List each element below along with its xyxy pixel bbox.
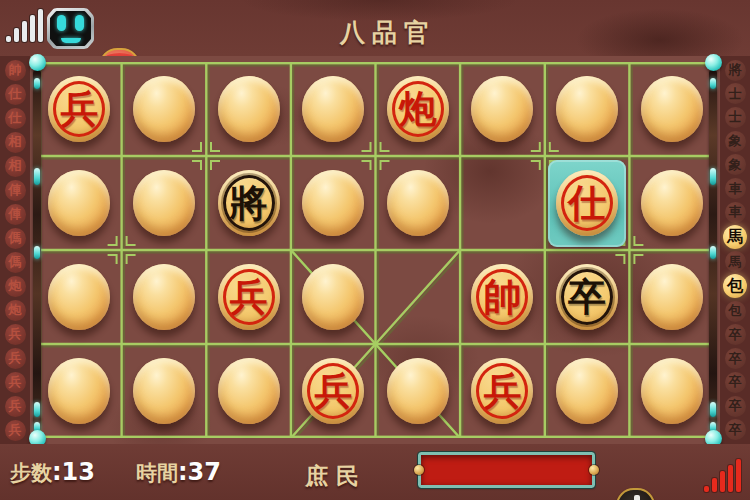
face-down-piece[interactable] (556, 76, 618, 142)
board-cell[interactable] (37, 250, 122, 344)
move-count-value: 13 (62, 458, 95, 486)
tray-item: 相 (0, 131, 30, 153)
tray-piece-red: 兵 (5, 324, 26, 345)
tray-piece-red: 帥 (5, 60, 26, 81)
tray-black-list: 將士士象象車車馬馬包包卒卒卒卒卒 (720, 56, 750, 444)
tray-piece-black: 將 (725, 60, 746, 81)
face-down-piece[interactable] (387, 358, 449, 424)
board-cell[interactable]: 炮 (376, 62, 461, 156)
board-cell[interactable] (376, 250, 461, 344)
tray-piece-red: 兵 (5, 348, 26, 369)
tray-item: 卒 (720, 324, 750, 346)
tray-item: 兵 (0, 323, 30, 345)
board-cell[interactable] (291, 156, 376, 250)
tray-piece-black: 馬 (723, 225, 747, 249)
tray-item: 俥 (0, 179, 30, 201)
tray-item: 車 (720, 201, 750, 223)
tray-item: 兵 (0, 347, 30, 369)
tray-item: 包 (720, 300, 750, 322)
move-count: 步数:13 (10, 458, 95, 487)
captured-tray-black: 將士士象象車車馬馬包包卒卒卒卒卒 (720, 56, 750, 444)
face-down-piece[interactable] (133, 264, 195, 330)
tray-item: 卒 (720, 371, 750, 393)
piece-red[interactable]: 兵 (471, 358, 533, 424)
tray-piece-black: 卒 (725, 419, 746, 440)
tray-item: 包 (720, 274, 750, 298)
face-down-piece[interactable] (218, 358, 280, 424)
tray-piece-black: 士 (725, 83, 746, 104)
piece-character: 將 (230, 184, 268, 222)
face-down-piece[interactable] (641, 170, 703, 236)
board-cell[interactable] (629, 344, 714, 438)
timer-value: 37 (188, 458, 221, 486)
piece-red[interactable]: 兵 (302, 358, 364, 424)
tray-item: 象 (720, 154, 750, 176)
top-bar: 八品官 法寶 投降 (0, 0, 750, 56)
tray-piece-black: 卒 (725, 324, 746, 345)
board-cell[interactable] (291, 250, 376, 344)
board-cell[interactable]: 兵 (291, 344, 376, 438)
face-down-piece[interactable] (641, 264, 703, 330)
tray-item: 炮 (0, 299, 30, 321)
signal-strength-icon (6, 9, 43, 42)
tray-item: 將 (720, 59, 750, 81)
tray-piece-red: 俥 (5, 180, 26, 201)
timer: 時間:37 (136, 458, 221, 487)
tray-item: 卒 (720, 419, 750, 441)
tray-item: 炮 (0, 275, 30, 297)
piece-character: 兵 (314, 372, 352, 410)
tray-item: 兵 (0, 419, 30, 441)
player-rank: 八品官 (340, 16, 436, 49)
corner-ball-icon (705, 54, 722, 71)
tray-piece-black: 象 (725, 131, 746, 152)
tray-piece-red: 炮 (5, 276, 26, 297)
tray-item: 仕 (0, 83, 30, 105)
board-cell[interactable] (629, 62, 714, 156)
board-cell[interactable] (206, 62, 291, 156)
tray-piece-black: 士 (725, 107, 746, 128)
tray-item: 傌 (0, 251, 30, 273)
face-down-piece[interactable] (133, 76, 195, 142)
tray-piece-red: 仕 (5, 84, 26, 105)
tray-item: 俥 (0, 203, 30, 225)
tray-item: 卒 (720, 348, 750, 370)
opponent-time-bar (418, 452, 595, 488)
robot-mouth-icon (61, 38, 81, 43)
board-cell[interactable] (545, 62, 630, 156)
tray-item: 車 (720, 178, 750, 200)
board-cell[interactable] (122, 62, 207, 156)
face-down-piece[interactable] (218, 76, 280, 142)
board-cell[interactable] (545, 344, 630, 438)
board-cell[interactable] (460, 62, 545, 156)
right-board-pole (709, 70, 717, 431)
tray-piece-black: 車 (725, 178, 746, 199)
tray-piece-red: 傌 (5, 228, 26, 249)
tray-item: 兵 (0, 395, 30, 417)
tray-piece-red: 傌 (5, 252, 26, 273)
board-cell[interactable]: 卒 (545, 250, 630, 344)
opponent-signal-icon (704, 459, 741, 492)
tray-piece-black: 卒 (725, 396, 746, 417)
tray-item: 士 (720, 106, 750, 128)
face-down-piece[interactable] (556, 358, 618, 424)
captured-tray-red: 帥仕仕相相俥俥傌傌炮炮兵兵兵兵兵 (0, 56, 30, 444)
tray-piece-black: 象 (725, 154, 746, 175)
piece-character: 兵 (483, 372, 521, 410)
face-down-piece[interactable] (302, 170, 364, 236)
tray-item: 傌 (0, 227, 30, 249)
face-down-piece[interactable] (133, 170, 195, 236)
robot-eye-icon (57, 15, 66, 31)
face-down-piece[interactable] (48, 358, 110, 424)
tray-item: 兵 (0, 371, 30, 393)
tray-piece-red: 仕 (5, 108, 26, 129)
board-cell[interactable] (460, 156, 545, 250)
piece-red[interactable]: 兵 (48, 76, 110, 142)
board-cell[interactable] (37, 344, 122, 438)
board-cell[interactable]: 兵 (37, 62, 122, 156)
face-down-piece[interactable] (387, 170, 449, 236)
left-board-pole (33, 70, 41, 431)
tray-item: 相 (0, 155, 30, 177)
tray-item: 帥 (0, 59, 30, 81)
board-cell[interactable] (376, 344, 461, 438)
piece-black[interactable]: 卒 (556, 264, 618, 330)
corner-ball-icon (29, 54, 46, 71)
move-count-label: 步数 (10, 459, 52, 487)
board-cell[interactable] (122, 250, 207, 344)
piece-red[interactable]: 兵 (218, 264, 280, 330)
tray-piece-red: 兵 (5, 396, 26, 417)
board-cell[interactable] (37, 156, 122, 250)
face-down-piece[interactable] (641, 358, 703, 424)
tray-piece-red: 俥 (5, 204, 26, 225)
face-down-piece[interactable] (48, 264, 110, 330)
piece-character: 兵 (230, 278, 268, 316)
board-cell[interactable] (629, 156, 714, 250)
board-cell[interactable] (629, 250, 714, 344)
board-cell[interactable]: 帥 (460, 250, 545, 344)
tray-piece-red: 相 (5, 156, 26, 177)
tray-item: 馬 (720, 251, 750, 273)
face-down-piece[interactable] (302, 76, 364, 142)
tray-red-list: 帥仕仕相相俥俥傌傌炮炮兵兵兵兵兵 (0, 56, 30, 444)
piece-character: 卒 (568, 278, 606, 316)
piece-red[interactable]: 炮 (387, 76, 449, 142)
tray-piece-red: 炮 (5, 300, 26, 321)
tray-piece-red: 兵 (5, 420, 26, 441)
board-cell[interactable] (122, 344, 207, 438)
face-down-piece[interactable] (641, 76, 703, 142)
board-cell[interactable] (206, 344, 291, 438)
tray-piece-black: 卒 (725, 348, 746, 369)
robot-eye-icon (75, 15, 84, 31)
piece-red[interactable]: 仕 (556, 170, 618, 236)
piece-black[interactable]: 將 (218, 170, 280, 236)
board-cell[interactable]: 兵 (460, 344, 545, 438)
board-cell[interactable]: 兵 (206, 250, 291, 344)
board-cell[interactable] (122, 156, 207, 250)
tray-piece-black: 卒 (725, 372, 746, 393)
face-down-piece[interactable] (48, 170, 110, 236)
board-cell[interactable] (376, 156, 461, 250)
face-down-piece[interactable] (133, 358, 195, 424)
piece-character: 帥 (483, 278, 521, 316)
board-cell[interactable] (291, 62, 376, 156)
tray-item: 象 (720, 130, 750, 152)
piece-character: 仕 (568, 184, 606, 222)
opponent-avatar[interactable] (616, 488, 655, 500)
opponent-rank: 庶民 (305, 461, 367, 492)
tray-item: 馬 (720, 225, 750, 249)
robot-emote-icon[interactable] (47, 8, 94, 49)
piece-character: 兵 (60, 90, 98, 128)
tray-piece-black: 包 (723, 274, 747, 298)
bottom-bar: 步数:13 時間:37 庶民 (0, 444, 750, 500)
tray-item: 卒 (720, 395, 750, 417)
face-down-piece[interactable] (471, 76, 533, 142)
piece-layer: 兵炮將仕兵帥卒兵兵 (37, 62, 714, 438)
board-cell[interactable]: 仕 (545, 156, 630, 250)
tray-piece-red: 兵 (5, 372, 26, 393)
tray-piece-red: 相 (5, 132, 26, 153)
tray-piece-black: 車 (725, 202, 746, 223)
tray-item: 士 (720, 83, 750, 105)
tray-piece-black: 包 (725, 301, 746, 322)
tray-piece-black: 馬 (725, 251, 746, 272)
tray-item: 仕 (0, 107, 30, 129)
board-cell[interactable]: 將 (206, 156, 291, 250)
face-down-piece[interactable] (302, 264, 364, 330)
piece-red[interactable]: 帥 (471, 264, 533, 330)
piece-character: 炮 (399, 90, 437, 128)
timer-label: 時間 (136, 459, 178, 487)
